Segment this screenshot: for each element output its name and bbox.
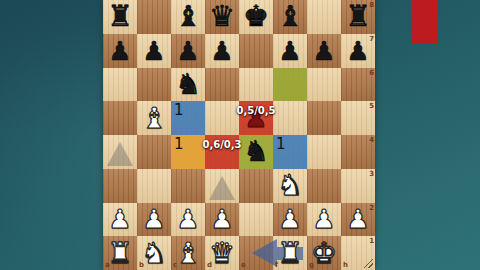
piece-black-queen-d8[interactable]: ♛ [205, 0, 239, 34]
square-f4[interactable]: 1 [273, 135, 307, 169]
square-e7[interactable] [239, 34, 273, 68]
gray-up-arrow-a4 [107, 142, 133, 166]
square-f6[interactable] [273, 68, 307, 102]
rank-label-7: 7 [369, 35, 374, 43]
square-b6[interactable] [137, 68, 171, 102]
square-b8[interactable] [137, 0, 171, 34]
rank-label-5: 5 [369, 102, 374, 110]
square-e6[interactable] [239, 68, 273, 102]
piece-black-king-e8[interactable]: ♚ [239, 0, 273, 34]
rank-label-2: 2 [369, 204, 374, 212]
piece-white-pawn-d2[interactable]: ♟ [205, 203, 239, 237]
square-c3[interactable] [171, 169, 205, 203]
piece-black-pawn-c7[interactable]: ♟ [171, 34, 205, 68]
square-c4[interactable]: 1 [171, 135, 205, 169]
square-g8[interactable] [307, 0, 341, 34]
square-a3[interactable] [103, 169, 137, 203]
file-label-e: e [241, 261, 246, 269]
square-a6[interactable] [103, 68, 137, 102]
square-b4[interactable] [137, 135, 171, 169]
square-g3[interactable] [307, 169, 341, 203]
file-label-c: c [173, 261, 177, 269]
highlight-green-f6 [273, 68, 307, 102]
stat-label-f4: 1 [276, 135, 286, 153]
file-label-h: h [343, 261, 348, 269]
piece-white-bishop-b5[interactable]: ♝ [137, 101, 171, 135]
red-banner [411, 0, 438, 44]
piece-white-rook-f1[interactable]: ♜ [273, 236, 307, 270]
piece-black-knight-e4[interactable]: ♞ [239, 135, 273, 169]
square-a5[interactable] [103, 101, 137, 135]
stat-label-e5: 0,5/0,5 [236, 105, 275, 116]
rank-label-4: 4 [369, 136, 374, 144]
piece-black-pawn-b7[interactable]: ♟ [137, 34, 171, 68]
video-frame: 87610,5/0,5510,6/0,31432abcdefg1h♜♝♛♚♝♜♟… [0, 0, 480, 270]
piece-black-rook-a8[interactable]: ♜ [103, 0, 137, 34]
file-label-g: g [309, 261, 314, 269]
square-b3[interactable] [137, 169, 171, 203]
stat-label-d4: 0,6/0,3 [202, 139, 241, 150]
square-h5[interactable]: 5 [341, 101, 375, 135]
square-e3[interactable] [239, 169, 273, 203]
gray-up-arrow-d3 [209, 176, 235, 200]
piece-black-bishop-f8[interactable]: ♝ [273, 0, 307, 34]
piece-white-knight-f3[interactable]: ♞ [273, 169, 307, 203]
piece-white-pawn-b2[interactable]: ♟ [137, 203, 171, 237]
stat-label-c4: 1 [174, 135, 184, 153]
piece-black-pawn-f7[interactable]: ♟ [273, 34, 307, 68]
square-h1[interactable]: 1h [341, 236, 375, 270]
piece-white-pawn-g2[interactable]: ♟ [307, 203, 341, 237]
piece-white-pawn-c2[interactable]: ♟ [171, 203, 205, 237]
piece-white-pawn-f2[interactable]: ♟ [273, 203, 307, 237]
square-c5[interactable]: 1 [171, 101, 205, 135]
file-label-d: d [207, 261, 212, 269]
square-d6[interactable] [205, 68, 239, 102]
square-g6[interactable] [307, 68, 341, 102]
piece-black-pawn-a7[interactable]: ♟ [103, 34, 137, 68]
file-label-f: f [275, 261, 278, 269]
chess-board[interactable]: 87610,5/0,5510,6/0,31432abcdefg1h♜♝♛♚♝♜♟… [103, 0, 375, 270]
square-h3[interactable]: 3 [341, 169, 375, 203]
file-label-b: b [139, 261, 144, 269]
square-f5[interactable] [273, 101, 307, 135]
board-resize-handle[interactable] [364, 259, 373, 268]
square-g5[interactable] [307, 101, 341, 135]
piece-black-bishop-c8[interactable]: ♝ [171, 0, 205, 34]
stat-label-c5: 1 [174, 101, 184, 119]
square-g4[interactable] [307, 135, 341, 169]
piece-black-pawn-g7[interactable]: ♟ [307, 34, 341, 68]
piece-black-knight-c6[interactable]: ♞ [171, 68, 205, 102]
piece-black-pawn-d7[interactable]: ♟ [205, 34, 239, 68]
rank-label-1: 1 [369, 237, 374, 245]
rank-label-6: 6 [369, 69, 374, 77]
square-e2[interactable] [239, 203, 273, 237]
square-d4[interactable]: 0,6/0,3 [205, 135, 239, 169]
rank-label-8: 8 [369, 1, 374, 9]
rank-label-3: 3 [369, 170, 374, 178]
square-d5[interactable] [205, 101, 239, 135]
piece-white-pawn-a2[interactable]: ♟ [103, 203, 137, 237]
square-h4[interactable]: 4 [341, 135, 375, 169]
file-label-a: a [105, 261, 110, 269]
square-h6[interactable]: 6 [341, 68, 375, 102]
